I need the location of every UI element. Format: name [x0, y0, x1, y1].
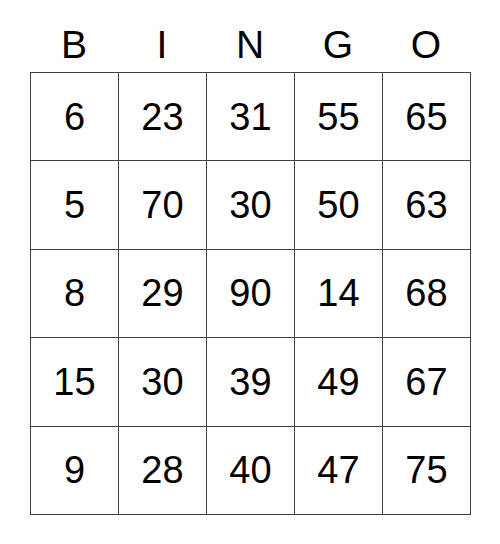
bingo-cell[interactable]: 5 — [31, 161, 119, 249]
bingo-cell[interactable]: 50 — [295, 161, 383, 249]
bingo-cell[interactable]: 49 — [295, 338, 383, 426]
header-letter-n: N — [206, 16, 294, 72]
bingo-cell[interactable]: 28 — [119, 427, 207, 515]
bingo-cell[interactable]: 23 — [119, 73, 207, 161]
bingo-cell[interactable]: 9 — [31, 427, 119, 515]
header-letter-i: I — [118, 16, 206, 72]
bingo-cell[interactable]: 40 — [207, 427, 295, 515]
bingo-cell[interactable]: 30 — [207, 161, 295, 249]
bingo-cell[interactable]: 55 — [295, 73, 383, 161]
bingo-cell[interactable]: 8 — [31, 250, 119, 338]
bingo-grid: 6 23 31 55 65 5 70 30 50 63 8 29 90 14 6… — [30, 72, 471, 515]
bingo-cell[interactable]: 30 — [119, 338, 207, 426]
bingo-cell[interactable]: 90 — [207, 250, 295, 338]
bingo-cell[interactable]: 15 — [31, 338, 119, 426]
bingo-cell[interactable]: 63 — [383, 161, 471, 249]
bingo-cell[interactable]: 70 — [119, 161, 207, 249]
bingo-cell[interactable]: 67 — [383, 338, 471, 426]
bingo-card: B I N G O 6 23 31 55 65 5 70 30 50 63 8 … — [30, 0, 471, 515]
bingo-header: B I N G O — [30, 0, 471, 72]
header-letter-o: O — [382, 16, 470, 72]
bingo-cell[interactable]: 14 — [295, 250, 383, 338]
bingo-cell[interactable]: 29 — [119, 250, 207, 338]
bingo-cell[interactable]: 75 — [383, 427, 471, 515]
header-letter-g: G — [294, 16, 382, 72]
bingo-cell[interactable]: 31 — [207, 73, 295, 161]
bingo-cell[interactable]: 68 — [383, 250, 471, 338]
bingo-cell[interactable]: 39 — [207, 338, 295, 426]
bingo-cell[interactable]: 65 — [383, 73, 471, 161]
bingo-cell[interactable]: 6 — [31, 73, 119, 161]
bingo-cell[interactable]: 47 — [295, 427, 383, 515]
header-letter-b: B — [30, 16, 118, 72]
